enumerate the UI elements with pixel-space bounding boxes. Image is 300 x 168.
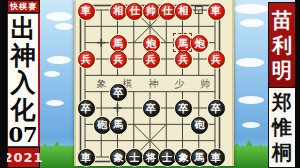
cloud [236,58,264,67]
black-player-name: 郑惟桐 [269,88,295,167]
series-title: 出神入化 [11,15,36,123]
piece-black-cannon: 砲 [191,117,208,134]
piece-black-chariot: 車 [208,149,225,166]
piece-red-soldier: 兵 [143,51,160,68]
vertical-char: 桐 [272,140,292,165]
vertical-char: 利 [272,33,292,58]
event-banner: 快棋赛 [7,0,40,13]
piece-red-elephant: 相 [175,3,192,20]
river-char: 神 [148,77,158,91]
year-banner: 2021 [7,147,40,168]
cloud [242,122,260,128]
piece-red-advisor: 仕 [126,3,143,20]
vertical-char: 出 [11,15,36,42]
piece-red-soldier: 兵 [78,51,95,68]
piece-black-king: 将 [143,149,160,166]
vertical-char: 神 [11,42,36,69]
right-black-edge [295,0,300,168]
river-char: 象 [96,77,106,91]
left-black-edge [0,0,7,168]
vertical-char: 入 [11,69,36,96]
cloud [238,96,264,104]
piece-red-chariot: 車 [208,3,225,20]
red-player-name: 苗利明 [269,3,295,88]
cloud [234,4,268,14]
piece-red-soldier: 兵 [208,51,225,68]
piece-black-soldier: 卒 [78,100,95,117]
vertical-char: 郑 [272,90,292,115]
piece-red-king: 帅 [143,3,160,20]
cloud [240,19,264,27]
piece-red-chariot: 車 [78,3,95,20]
series-title-panel: 出神入化 07 [7,13,40,147]
piece-black-chariot: 車 [78,149,95,166]
river-char: 少 [174,77,184,91]
cloud [46,100,64,106]
marker-last-move-to [173,33,192,52]
scene: 快棋赛 出神入化 07 2021 象棋神少帅 車相仕帅仕相車馬炮馬炮兵兵兵兵兵卒… [0,0,300,168]
piece-black-soldier: 卒 [143,100,160,117]
cloud [47,56,71,64]
cloud [55,23,73,30]
xiangqi-board: 象棋神少帅 車相仕帅仕相車馬炮馬炮兵兵兵兵兵卒卒卒卒卒砲馬砲車象士将士象馬車 [74,0,234,166]
piece-black-horse: 馬 [110,117,127,134]
vertical-char: 明 [272,58,292,83]
vertical-char: 化 [11,96,36,123]
piece-red-advisor: 仕 [159,3,176,20]
piece-black-soldier: 卒 [208,100,225,117]
piece-red-cannon: 炮 [143,35,160,52]
cloud [44,71,60,77]
vertical-char: 惟 [272,115,292,140]
vertical-char: 苗 [272,8,292,33]
piece-black-cannon: 砲 [94,117,111,134]
player-plate: 苗利明 郑惟桐 [268,2,296,168]
cloud [46,12,72,21]
episode-number: 07 [8,123,37,147]
river-char: 帅 [200,77,210,91]
piece-red-elephant: 相 [110,3,127,20]
title-panel: 快棋赛 出神入化 07 2021 [7,0,40,168]
